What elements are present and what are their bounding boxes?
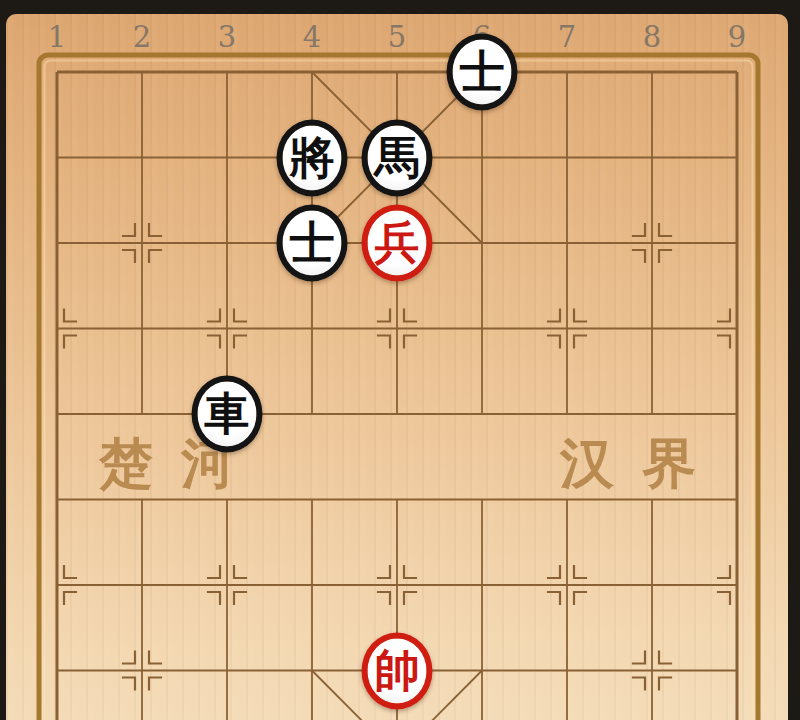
piece-glyph: 車 [205, 391, 250, 436]
column-label-9: 9 [728, 21, 746, 53]
piece-glyph: 將 [290, 134, 335, 179]
river-label-right: 汉界 [560, 433, 724, 493]
column-label-4: 4 [303, 21, 321, 53]
piece-glyph: 士 [460, 49, 505, 94]
red-general-piece[interactable]: 帥 [362, 632, 433, 709]
black-horse-piece[interactable]: 馬 [362, 119, 433, 196]
black-advisor-top-piece[interactable]: 士 [447, 34, 518, 111]
column-label-7: 7 [558, 21, 576, 53]
piece-glyph: 兵 [375, 220, 420, 265]
piece-glyph: 帥 [375, 647, 420, 692]
column-label-8: 8 [643, 21, 661, 53]
column-label-1: 1 [48, 21, 66, 53]
board-grid[interactable] [0, 0, 800, 720]
black-advisor-piece[interactable]: 士 [277, 205, 348, 282]
red-soldier-piece[interactable]: 兵 [362, 205, 433, 282]
piece-glyph: 馬 [375, 134, 420, 179]
black-general-piece[interactable]: 將 [277, 119, 348, 196]
column-label-2: 2 [133, 21, 151, 53]
column-label-5: 5 [388, 21, 406, 53]
piece-glyph: 士 [290, 220, 335, 265]
xiangqi-app-window: 123456789 楚河 汉界 士將馬士兵車帥 [0, 0, 800, 720]
black-chariot-piece[interactable]: 車 [192, 376, 263, 453]
column-label-3: 3 [218, 21, 236, 53]
